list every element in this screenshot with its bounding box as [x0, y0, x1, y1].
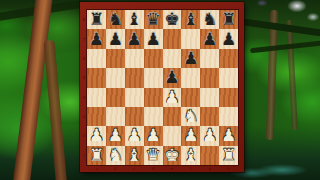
square-e3[interactable]	[163, 107, 182, 126]
black-bishop: ♝	[127, 11, 142, 28]
black-rook: ♜	[221, 11, 236, 28]
black-knight: ♞	[202, 11, 217, 28]
black-knight: ♞	[108, 11, 123, 28]
file-label-g: g	[200, 166, 219, 172]
square-a7[interactable]: ♟	[87, 29, 106, 48]
square-f4[interactable]	[181, 88, 200, 107]
board-grid: ♜♞♝♛♚♝♞♜♟♟♟♟♟♟♟♟♟♞♟♟♟♟♟♟♟♜♞♝♛♚♝♜	[87, 10, 238, 165]
square-f1[interactable]: ♝	[181, 146, 200, 165]
square-b1[interactable]: ♞	[106, 146, 125, 165]
square-e8[interactable]: ♚	[163, 10, 182, 29]
black-pawn: ♟	[127, 30, 142, 47]
square-h1[interactable]: ♜	[219, 146, 238, 165]
black-pawn: ♟	[145, 30, 160, 47]
square-f7[interactable]	[181, 29, 200, 48]
square-e2[interactable]	[163, 126, 182, 145]
file-labels: abcdefgh	[87, 166, 238, 172]
square-g6[interactable]	[200, 49, 219, 68]
square-b4[interactable]	[106, 88, 125, 107]
white-pawn: ♟	[108, 127, 123, 144]
square-b2[interactable]: ♟	[106, 126, 125, 145]
square-h3[interactable]	[219, 107, 238, 126]
square-f2[interactable]: ♟	[181, 126, 200, 145]
square-e1[interactable]: ♚	[163, 146, 182, 165]
square-d6[interactable]	[144, 49, 163, 68]
square-a3[interactable]	[87, 107, 106, 126]
white-bishop: ♝	[183, 146, 198, 163]
square-a4[interactable]	[87, 88, 106, 107]
black-pawn: ♟	[221, 30, 236, 47]
square-d2[interactable]: ♟	[144, 126, 163, 145]
square-f8[interactable]: ♝	[181, 10, 200, 29]
square-d5[interactable]	[144, 68, 163, 87]
white-pawn: ♟	[202, 127, 217, 144]
square-f3[interactable]: ♞	[181, 107, 200, 126]
square-c8[interactable]: ♝	[125, 10, 144, 29]
square-b8[interactable]: ♞	[106, 10, 125, 29]
square-b6[interactable]	[106, 49, 125, 68]
square-c2[interactable]: ♟	[125, 126, 144, 145]
file-label-a: a	[87, 166, 106, 172]
black-queen: ♛	[145, 11, 160, 28]
chessboard: 87654321 ♜♞♝♛♚♝♞♜♟♟♟♟♟♟♟♟♟♞♟♟♟♟♟♟♟♜♞♝♛♚♝…	[80, 2, 244, 172]
square-b3[interactable]	[106, 107, 125, 126]
square-d8[interactable]: ♛	[144, 10, 163, 29]
black-king: ♚	[164, 11, 179, 28]
square-g4[interactable]	[200, 88, 219, 107]
square-c5[interactable]	[125, 68, 144, 87]
square-h2[interactable]: ♟	[219, 126, 238, 145]
black-pawn: ♟	[89, 30, 104, 47]
black-pawn: ♟	[183, 49, 198, 66]
square-g8[interactable]: ♞	[200, 10, 219, 29]
square-g1[interactable]	[200, 146, 219, 165]
square-e6[interactable]	[163, 49, 182, 68]
square-g5[interactable]	[200, 68, 219, 87]
white-pawn: ♟	[164, 88, 179, 105]
square-g7[interactable]: ♟	[200, 29, 219, 48]
square-e4[interactable]: ♟	[163, 88, 182, 107]
white-pawn: ♟	[145, 127, 160, 144]
white-pawn: ♟	[221, 127, 236, 144]
square-c4[interactable]	[125, 88, 144, 107]
file-label-d: d	[144, 166, 163, 172]
white-queen: ♛	[145, 146, 160, 163]
black-pawn: ♟	[202, 30, 217, 47]
square-e5[interactable]: ♟	[163, 68, 182, 87]
file-label-c: c	[125, 166, 144, 172]
square-d1[interactable]: ♛	[144, 146, 163, 165]
file-label-e: e	[163, 166, 182, 172]
square-h8[interactable]: ♜	[219, 10, 238, 29]
square-a6[interactable]	[87, 49, 106, 68]
black-rook: ♜	[89, 11, 104, 28]
white-king: ♚	[164, 146, 179, 163]
square-a2[interactable]: ♟	[87, 126, 106, 145]
white-pawn: ♟	[89, 127, 104, 144]
square-a1[interactable]: ♜	[87, 146, 106, 165]
square-a5[interactable]	[87, 68, 106, 87]
file-label-f: f	[181, 166, 200, 172]
square-c7[interactable]: ♟	[125, 29, 144, 48]
black-pawn: ♟	[108, 30, 123, 47]
white-knight: ♞	[108, 146, 123, 163]
square-c1[interactable]: ♝	[125, 146, 144, 165]
white-bishop: ♝	[127, 146, 142, 163]
white-rook: ♜	[221, 146, 236, 163]
file-label-h: h	[219, 166, 238, 172]
white-knight: ♞	[183, 108, 198, 125]
white-rook: ♜	[89, 146, 104, 163]
square-d3[interactable]	[144, 107, 163, 126]
square-d4[interactable]	[144, 88, 163, 107]
square-c3[interactable]	[125, 107, 144, 126]
white-pawn: ♟	[183, 127, 198, 144]
black-pawn: ♟	[164, 69, 179, 86]
square-c6[interactable]	[125, 49, 144, 68]
black-bishop: ♝	[183, 11, 198, 28]
square-d7[interactable]: ♟	[144, 29, 163, 48]
square-g3[interactable]	[200, 107, 219, 126]
square-h5[interactable]	[219, 68, 238, 87]
square-g2[interactable]: ♟	[200, 126, 219, 145]
square-h4[interactable]	[219, 88, 238, 107]
square-b5[interactable]	[106, 68, 125, 87]
square-f5[interactable]	[181, 68, 200, 87]
square-a8[interactable]: ♜	[87, 10, 106, 29]
square-e7[interactable]	[163, 29, 182, 48]
square-h7[interactable]: ♟	[219, 29, 238, 48]
square-f6[interactable]: ♟	[181, 49, 200, 68]
file-label-b: b	[106, 166, 125, 172]
white-pawn: ♟	[127, 127, 142, 144]
square-b7[interactable]: ♟	[106, 29, 125, 48]
square-h6[interactable]	[219, 49, 238, 68]
